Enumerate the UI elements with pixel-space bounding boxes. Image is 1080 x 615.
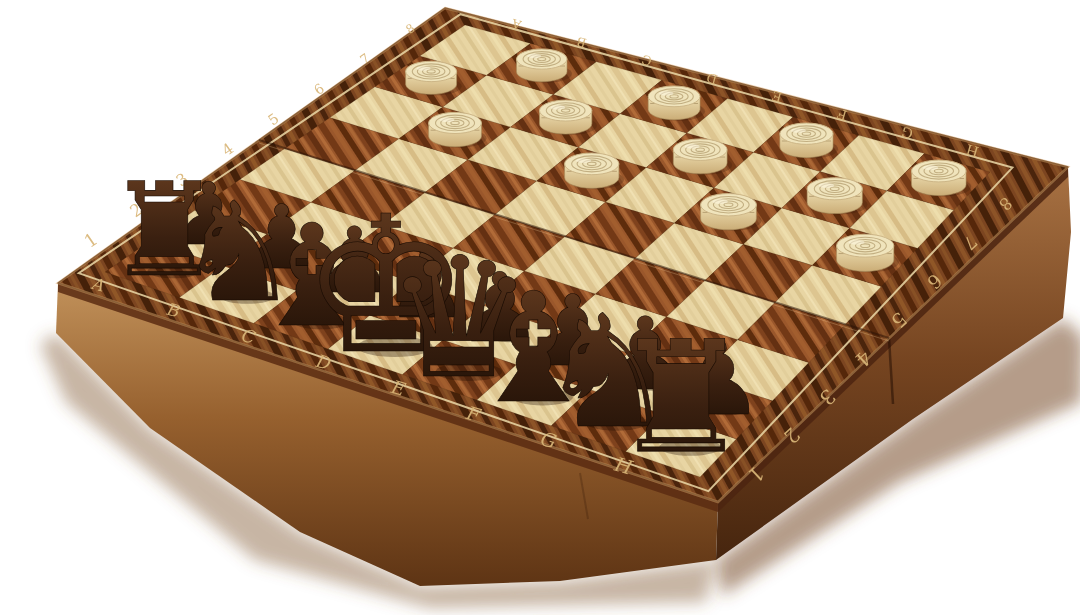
checker-disc-f6[interactable] — [701, 194, 762, 231]
checker-disc-h6[interactable] — [837, 234, 899, 272]
checker-disc-a7[interactable] — [406, 61, 462, 95]
folding-chess-checkers-board: AABBCCDDEEFFGGHH1122334455667788♟♟♜♟♞♟♝♟… — [0, 0, 1080, 615]
board-photo-stage: AABBCCDDEEFFGGHH1122334455667788♟♟♜♟♞♟♝♟… — [0, 0, 1080, 615]
piece-rook-h1[interactable]: ♜ — [612, 307, 751, 488]
svg-text:♜: ♜ — [612, 307, 751, 488]
checker-disc-d6[interactable] — [565, 153, 624, 189]
checker-disc-h8[interactable] — [912, 160, 972, 196]
checker-disc-d8[interactable] — [648, 86, 705, 121]
checker-disc-b8[interactable] — [517, 49, 572, 83]
checker-disc-c7[interactable] — [539, 100, 596, 135]
checker-disc-b6[interactable] — [429, 112, 487, 147]
checker-disc-e7[interactable] — [673, 139, 732, 175]
checker-disc-f8[interactable] — [780, 123, 838, 159]
checker-disc-g7[interactable] — [807, 178, 867, 215]
